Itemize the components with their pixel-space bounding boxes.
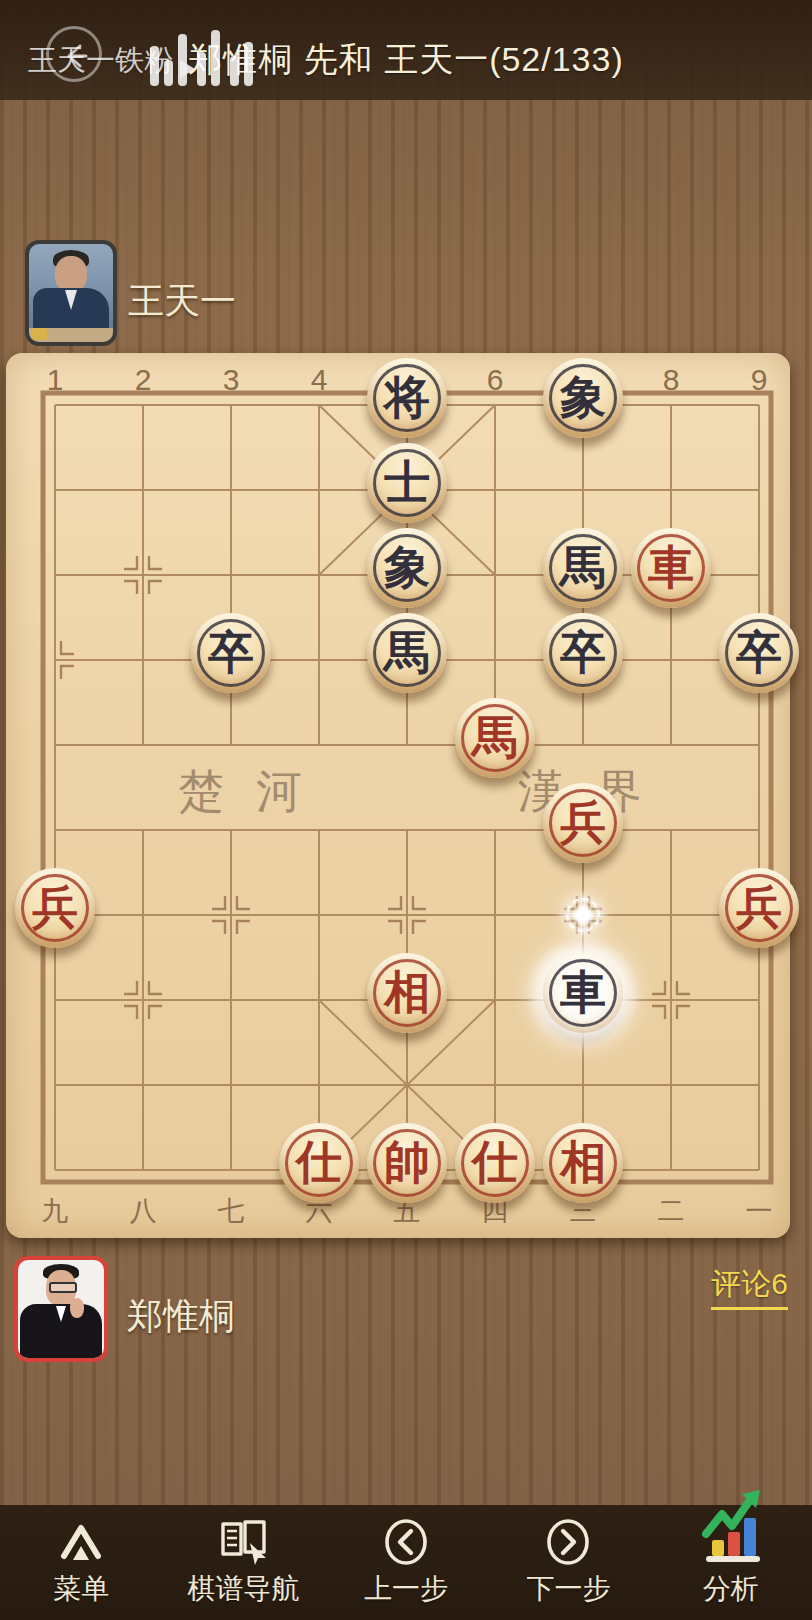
black-soldier[interactable]: 卒 <box>719 613 799 693</box>
next-step-button[interactable]: 下一步 <box>487 1505 649 1620</box>
menu-button[interactable]: 菜单 <box>0 1505 162 1620</box>
piece-glyph: 仕 <box>455 1123 535 1203</box>
player-top-name: 王天一 <box>128 277 236 326</box>
analysis-label: 分析 <box>703 1570 759 1608</box>
move-target-marker <box>559 891 607 939</box>
comments-link[interactable]: 评论6 <box>711 1264 788 1310</box>
piece-glyph: 卒 <box>543 613 623 693</box>
piece-glyph: 相 <box>367 953 447 1033</box>
piece-glyph: 馬 <box>455 698 535 778</box>
piece-glyph: 象 <box>367 528 447 608</box>
game-record-nav-label: 棋谱导航 <box>188 1570 300 1608</box>
menu-label: 菜单 <box>53 1570 109 1608</box>
player-top-avatar[interactable] <box>25 240 117 346</box>
prev-step-icon <box>383 1518 429 1566</box>
black-general[interactable]: 将 <box>367 358 447 438</box>
red-chariot[interactable]: 車 <box>631 528 711 608</box>
pieces-layer: 将象士象馬車卒馬卒卒馬兵兵兵相車仕帥仕相 <box>11 362 803 1212</box>
red-soldier[interactable]: 兵 <box>719 868 799 948</box>
next-step-icon <box>545 1518 591 1566</box>
top-bar: 郑惟桐 先和 王天一(52/133) 王天一铁粉 <box>0 0 812 100</box>
piece-glyph: 帥 <box>367 1123 447 1203</box>
black-chariot[interactable]: 車 <box>543 953 623 1033</box>
red-horse[interactable]: 馬 <box>455 698 535 778</box>
piece-glyph: 卒 <box>719 613 799 693</box>
piece-glyph: 相 <box>543 1123 623 1203</box>
piece-glyph: 馬 <box>543 528 623 608</box>
piece-glyph: 車 <box>631 528 711 608</box>
red-elephant[interactable]: 相 <box>543 1123 623 1203</box>
black-soldier[interactable]: 卒 <box>543 613 623 693</box>
player-bottom-name: 郑惟桐 <box>127 1292 235 1341</box>
red-advisor[interactable]: 仕 <box>279 1123 359 1203</box>
black-advisor[interactable]: 士 <box>367 443 447 523</box>
black-elephant[interactable]: 象 <box>367 528 447 608</box>
xiangqi-board[interactable]: 123456789 九八七六五四三二一 楚河 漢界 将象士象馬車卒馬卒卒馬兵兵兵… <box>6 353 790 1238</box>
app-screen: 郑惟桐 先和 王天一(52/133) 王天一铁粉 王天一 123456789 九… <box>0 0 812 1620</box>
red-advisor[interactable]: 仕 <box>455 1123 535 1203</box>
bottom-toolbar: 菜单 棋谱导航 上一步 下一步 <box>0 1505 812 1620</box>
menu-up-icon <box>57 1522 105 1562</box>
black-soldier[interactable]: 卒 <box>191 613 271 693</box>
red-general[interactable]: 帥 <box>367 1123 447 1203</box>
piece-glyph: 兵 <box>15 868 95 948</box>
piece-glyph: 馬 <box>367 613 447 693</box>
piece-glyph: 卒 <box>191 613 271 693</box>
piece-glyph: 車 <box>543 953 623 1033</box>
black-horse[interactable]: 馬 <box>543 528 623 608</box>
black-horse[interactable]: 馬 <box>367 613 447 693</box>
bilibili-watermark-icon <box>150 18 280 92</box>
piece-glyph: 将 <box>367 358 447 438</box>
book-nav-icon <box>217 1519 271 1565</box>
prev-step-label: 上一步 <box>364 1570 448 1608</box>
piece-glyph: 象 <box>543 358 623 438</box>
next-step-label: 下一步 <box>526 1570 610 1608</box>
avatar-badge <box>31 328 47 340</box>
piece-glyph: 仕 <box>279 1123 359 1203</box>
player-bottom-avatar[interactable] <box>14 1256 108 1362</box>
analysis-button[interactable]: 分析 <box>650 1505 812 1620</box>
red-soldier[interactable]: 兵 <box>543 783 623 863</box>
red-soldier[interactable]: 兵 <box>15 868 95 948</box>
analysis-chart-icon <box>698 1488 764 1566</box>
piece-glyph: 士 <box>367 443 447 523</box>
prev-step-button[interactable]: 上一步 <box>325 1505 487 1620</box>
red-elephant[interactable]: 相 <box>367 953 447 1033</box>
black-elephant[interactable]: 象 <box>543 358 623 438</box>
game-record-nav-button[interactable]: 棋谱导航 <box>162 1505 324 1620</box>
piece-glyph: 兵 <box>543 783 623 863</box>
piece-glyph: 兵 <box>719 868 799 948</box>
